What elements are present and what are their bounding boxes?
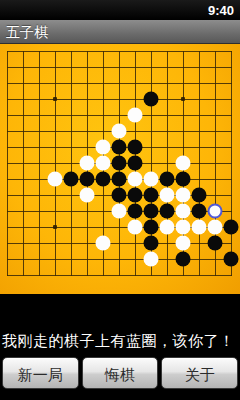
- white-stone: [208, 220, 223, 235]
- app-title: 五子棋: [6, 24, 48, 42]
- black-stone: [128, 204, 143, 219]
- white-stone: [112, 204, 127, 219]
- white-stone-last-move-ring: [208, 204, 223, 219]
- star-point: [181, 97, 185, 101]
- black-stone: [128, 140, 143, 155]
- black-stone: [224, 252, 239, 267]
- new-game-button[interactable]: 新一局: [2, 357, 79, 389]
- button-bar: 新一局 悔棋 关于: [0, 357, 240, 391]
- about-button[interactable]: 关于: [161, 357, 238, 389]
- title-bar: 五子棋: [0, 20, 240, 44]
- black-stone: [192, 204, 207, 219]
- white-stone: [128, 172, 143, 187]
- clock-text: 9:40: [208, 3, 234, 18]
- white-stone: [80, 188, 95, 203]
- white-stone: [176, 220, 191, 235]
- black-stone: [160, 172, 175, 187]
- star-point: [53, 97, 57, 101]
- black-stone: [144, 188, 159, 203]
- white-stone: [96, 236, 111, 251]
- black-stone: [64, 172, 79, 187]
- white-stone: [176, 156, 191, 171]
- white-stone: [160, 220, 175, 235]
- white-stone: [128, 108, 143, 123]
- black-stone: [96, 172, 111, 187]
- black-stone: [112, 172, 127, 187]
- black-stone: [144, 220, 159, 235]
- black-stone: [112, 188, 127, 203]
- white-stone: [80, 156, 95, 171]
- white-stone: [144, 252, 159, 267]
- black-stone: [112, 156, 127, 171]
- white-stone: [96, 140, 111, 155]
- black-stone: [192, 188, 207, 203]
- black-stone: [80, 172, 95, 187]
- black-stone: [176, 172, 191, 187]
- black-stone: [224, 220, 239, 235]
- white-stone: [144, 172, 159, 187]
- black-stone: [144, 236, 159, 251]
- black-stone: [128, 156, 143, 171]
- white-stone: [176, 236, 191, 251]
- status-message: 我刚走的棋子上有蓝圈，该你了！: [2, 332, 238, 351]
- black-stone: [160, 204, 175, 219]
- white-stone: [48, 172, 63, 187]
- black-stone: [112, 140, 127, 155]
- app-screen: 9:40 五子棋 我刚走的棋子上有蓝圈，该你了！ 新一局 悔棋 关于: [0, 0, 240, 400]
- black-stone: [176, 252, 191, 267]
- black-stone: [208, 236, 223, 251]
- white-stone: [112, 124, 127, 139]
- undo-button[interactable]: 悔棋: [82, 357, 159, 389]
- white-stone: [160, 188, 175, 203]
- star-point: [53, 225, 57, 229]
- white-stone: [128, 220, 143, 235]
- white-stone: [192, 220, 207, 235]
- black-stone: [144, 92, 159, 107]
- white-stone: [176, 188, 191, 203]
- white-stone: [96, 156, 111, 171]
- white-stone: [176, 204, 191, 219]
- black-stone: [144, 204, 159, 219]
- status-bar: 9:40: [0, 0, 240, 20]
- black-stone: [128, 188, 143, 203]
- gomoku-board[interactable]: [0, 44, 240, 294]
- board-grid: [7, 51, 232, 276]
